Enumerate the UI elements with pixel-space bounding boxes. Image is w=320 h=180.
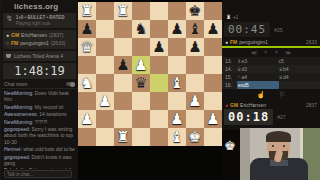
bottom-player-title: GM: [230, 102, 238, 108]
square-h6[interactable]: [204, 38, 222, 56]
square-f5[interactable]: [168, 56, 186, 74]
berserk-dot-icon: ●: [225, 102, 228, 108]
black-player-title: FM: [11, 40, 18, 48]
square-h8[interactable]: [204, 2, 222, 20]
square-d3[interactable]: [132, 92, 150, 110]
square-e3[interactable]: [150, 92, 168, 110]
square-e8[interactable]: [150, 2, 168, 20]
move-b[interactable]: ♕b4: [279, 65, 320, 73]
captured-pieces: ♜ +1: [222, 0, 320, 21]
move-row: 15.♘a4♕d4: [222, 73, 320, 81]
bottom-player-bar[interactable]: ● GM EricHansen 2837: [225, 102, 317, 108]
square-f8[interactable]: [168, 2, 186, 20]
square-b5[interactable]: [96, 56, 114, 74]
white-p-piece-g3[interactable]: ♟: [188, 94, 201, 109]
white-tournament-rank: #27: [277, 114, 285, 120]
move-w[interactable]: ♘a4: [237, 73, 279, 81]
white-n-piece-a4[interactable]: ♞: [80, 76, 93, 91]
square-c2[interactable]: [114, 110, 132, 128]
square-a3[interactable]: [78, 92, 96, 110]
chat-username: gogospeed:: [4, 154, 32, 160]
black-p-piece-f7[interactable]: ♟: [170, 22, 183, 37]
chat-username: Babyfedja:: [4, 167, 29, 169]
square-g7[interactable]: ♝: [186, 20, 204, 38]
move-w[interactable]: exd5: [237, 81, 279, 89]
black-n-piece-d7[interactable]: ♞: [134, 22, 147, 37]
white-r-piece-a8[interactable]: ♜: [80, 4, 93, 19]
chat-message: NewMorning: ?!?!?!: [4, 119, 75, 125]
square-b6[interactable]: [96, 38, 114, 56]
like-button[interactable]: ☝: [256, 91, 265, 99]
white-r-piece-c8[interactable]: ♜: [116, 4, 129, 19]
overlay-king-icon: ♚: [224, 138, 236, 153]
black-color-icon: ○: [6, 40, 9, 48]
white-p-piece-h2[interactable]: ♟: [206, 112, 219, 127]
white-player-title: GM: [11, 32, 19, 40]
move-w[interactable]: ♗e3: [237, 57, 279, 65]
square-g3[interactable]: ♟: [186, 92, 204, 110]
white-clock: 00:18: [224, 109, 273, 125]
move-nav-1[interactable]: <: [264, 49, 268, 56]
move-w[interactable]: ♕d3: [237, 65, 279, 73]
trophy-icon: [6, 54, 11, 58]
game-meta-box: ↯ 1+0 • BULLET • RATED Playing right now: [3, 13, 76, 28]
square-h5[interactable]: [204, 56, 222, 74]
chat-username: gogospeed:: [4, 126, 32, 132]
square-e4[interactable]: [150, 74, 168, 92]
square-g8[interactable]: ♚: [186, 2, 204, 20]
square-h3[interactable]: [204, 92, 222, 110]
chat-header: Chat room: [1, 79, 78, 89]
players-box: ● GM EricHansen (2837) ○ FM penguingim1 …: [3, 30, 76, 49]
square-c7[interactable]: [114, 20, 132, 38]
black-p-piece-e6[interactable]: ♟: [152, 40, 165, 55]
square-f6[interactable]: [168, 38, 186, 56]
material-advantage: +1: [233, 15, 238, 20]
move-list: 13.♗e3c514.♕d3♕b415.♘a4♕d416.exd5: [222, 57, 320, 89]
square-a6[interactable]: ♛: [78, 38, 96, 56]
square-d6[interactable]: [132, 38, 150, 56]
square-e5[interactable]: [150, 56, 168, 74]
chat-message-list: NewMorning: Does Vidit beat himNewMornin…: [1, 89, 78, 169]
move-number: 15.: [225, 73, 237, 81]
square-c6[interactable]: [114, 38, 132, 56]
white-player-name[interactable]: EricHansen: [21, 32, 47, 40]
bottom-player-rating: 2837: [306, 102, 317, 108]
tournament-link[interactable]: Lichess Titled Arena 4: [3, 51, 76, 61]
square-a8[interactable]: ♜: [78, 2, 96, 20]
square-a7[interactable]: ♟: [78, 20, 96, 38]
stream-frame: lichess.org ↯ 1+0 • BULLET • RATED Playi…: [0, 0, 320, 180]
black-player-rating: (2633): [51, 40, 65, 48]
chat-username: NewMorning:: [4, 90, 35, 96]
chat-message: NewMorning: Does Vidit beat him: [4, 90, 75, 103]
square-c5[interactable]: ♟: [114, 56, 132, 74]
flag-button[interactable]: ⚐: [279, 91, 285, 99]
square-e2[interactable]: [150, 110, 168, 128]
square-b3[interactable]: ♟: [96, 92, 114, 110]
black-tournament-rank: #25: [274, 27, 282, 33]
webcam-shadow: [240, 128, 250, 180]
square-a1[interactable]: [78, 128, 96, 146]
overlay-strip: ♚: [222, 130, 240, 180]
tournament-name: Lichess Titled Arena 4: [14, 53, 63, 59]
square-b2[interactable]: [96, 110, 114, 128]
move-b[interactable]: [279, 81, 320, 89]
square-f1[interactable]: ♝: [168, 128, 186, 146]
square-d7[interactable]: ♞: [132, 20, 150, 38]
square-g1[interactable]: ♚: [186, 128, 204, 146]
move-number: 16.: [225, 81, 237, 89]
move-row: 16.exd5: [222, 81, 320, 89]
square-b4[interactable]: [96, 74, 114, 92]
chat-message: Awesomeness: 14 iterations: [4, 111, 75, 117]
black-q-piece-d4[interactable]: ♛: [134, 76, 147, 91]
top-player-title: FM: [230, 39, 237, 45]
square-c8[interactable]: ♜: [114, 2, 132, 20]
square-f7[interactable]: ♟: [168, 20, 186, 38]
black-p-piece-c5[interactable]: ♟: [116, 58, 129, 73]
square-g2[interactable]: [186, 110, 204, 128]
square-e6[interactable]: ♟: [150, 38, 168, 56]
square-a4[interactable]: ♞: [78, 74, 96, 92]
move-row: 14.♕d3♕b4: [222, 65, 320, 73]
white-color-icon: ●: [6, 32, 9, 40]
captured-rook-icon: ♜: [226, 14, 231, 20]
square-h7[interactable]: ♟: [204, 20, 222, 38]
chat-message: Babyfedja: Did penguingim left a tournam…: [4, 167, 75, 169]
chat-username: Hermet:: [4, 146, 23, 152]
chess-board: ♜♜♚♟♞♟♝♟♛♟♟♟♟♞♛♝♟♟♟♟♟♜♝♚: [78, 2, 222, 146]
square-g6[interactable]: ♟: [186, 38, 204, 56]
move-nav-2[interactable]: >: [275, 49, 279, 56]
chat-message: gogospeed: Sorry I was writing about bot…: [4, 126, 75, 145]
black-p-piece-a7[interactable]: ♟: [80, 22, 93, 37]
white-r-piece-c1[interactable]: ♜: [116, 130, 129, 145]
top-player-rating: 2633: [306, 39, 317, 45]
chat-username: Awesomeness:: [4, 111, 39, 117]
black-p-piece-g6[interactable]: ♟: [188, 40, 201, 55]
white-player-row[interactable]: ● GM EricHansen (2837): [6, 32, 73, 40]
game-status-label: Playing right now: [16, 21, 65, 26]
white-player-rating: (2837): [49, 32, 63, 40]
square-c3[interactable]: [114, 92, 132, 110]
black-k-piece-g8[interactable]: ♚: [188, 4, 201, 19]
top-player-bar[interactable]: ● FM penguingim1 2633: [225, 39, 317, 45]
chat-message: Hermet: what odd bots did to be: [4, 146, 75, 152]
square-h2[interactable]: ♟: [204, 110, 222, 128]
chat-username: NewMorning:: [4, 104, 35, 110]
white-k-piece-g1[interactable]: ♚: [188, 130, 201, 145]
white-p-piece-a2[interactable]: ♟: [80, 112, 93, 127]
square-e7[interactable]: [150, 20, 168, 38]
square-f3[interactable]: [168, 92, 186, 110]
streamer-eye-right: [283, 145, 285, 147]
square-g5[interactable]: [186, 56, 204, 74]
streamer-eye-left: [272, 145, 274, 147]
bullet-bolt-icon: ↯: [6, 15, 13, 23]
square-f4[interactable]: ♝: [168, 74, 186, 92]
bottom-player-name[interactable]: EricHansen: [240, 102, 266, 108]
square-c4[interactable]: [114, 74, 132, 92]
square-g4[interactable]: [186, 74, 204, 92]
chat-message: NewMorning: My record lol: [4, 104, 75, 110]
tournament-clock: 1:48:19: [3, 63, 76, 79]
move-nav-controls: ≪<>≫: [222, 48, 320, 57]
white-q-piece-a6[interactable]: ♛: [80, 40, 93, 55]
square-b8[interactable]: [96, 2, 114, 20]
online-dot-icon: ●: [225, 39, 228, 45]
chat-input[interactable]: [4, 170, 72, 178]
move-b[interactable]: ♕d4: [279, 73, 320, 81]
streamer-webcam: [240, 128, 320, 180]
black-player-name[interactable]: penguingim1: [20, 40, 49, 48]
top-player-name[interactable]: penguingim1: [239, 39, 268, 45]
white-p-piece-b3[interactable]: ♟: [98, 94, 111, 109]
move-nav-3[interactable]: ≫: [285, 49, 291, 56]
square-d1[interactable]: [132, 128, 150, 146]
time-control-label: 1+0 • BULLET • RATED: [16, 15, 65, 20]
square-c1[interactable]: ♜: [114, 128, 132, 146]
square-b1[interactable]: [96, 128, 114, 146]
square-a5[interactable]: [78, 56, 96, 74]
white-p-piece-d5[interactable]: ♟: [134, 58, 147, 73]
white-p-piece-f2[interactable]: ♟: [170, 112, 183, 127]
square-b7[interactable]: [96, 20, 114, 38]
chat-toggle[interactable]: [66, 82, 75, 86]
move-number: 13.: [225, 57, 237, 65]
square-d2[interactable]: [132, 110, 150, 128]
move-b[interactable]: c5: [279, 57, 320, 65]
left-sidebar: lichess.org ↯ 1+0 • BULLET • RATED Playi…: [0, 0, 78, 180]
white-b-piece-f4[interactable]: ♝: [170, 76, 183, 91]
chat-message: gogospeed: Didn't know it was gang: [4, 154, 75, 167]
move-number: 14.: [225, 65, 237, 73]
square-f2[interactable]: ♟: [168, 110, 186, 128]
square-h4[interactable]: [204, 74, 222, 92]
square-d4[interactable]: ♛: [132, 74, 150, 92]
square-h1[interactable]: [204, 128, 222, 146]
streamer-hair: [266, 131, 291, 142]
chat-room-label: Chat room: [4, 81, 27, 87]
move-row: 13.♗e3c5: [222, 57, 320, 65]
square-d8[interactable]: [132, 2, 150, 20]
square-a2[interactable]: ♟: [78, 110, 96, 128]
square-e1[interactable]: [150, 128, 168, 146]
chat-username: NewMorning:: [4, 119, 35, 125]
move-nav-0[interactable]: ≪: [251, 49, 257, 56]
black-player-row[interactable]: ○ FM penguingim1 (2633): [6, 40, 73, 48]
white-b-piece-f1[interactable]: ♝: [170, 130, 183, 145]
black-b-piece-g7[interactable]: ♝: [188, 22, 201, 37]
square-d5[interactable]: ♟: [132, 56, 150, 74]
black-clock: 00:45: [224, 22, 270, 37]
lichess-logo[interactable]: lichess.org: [1, 0, 78, 13]
black-p-piece-h7[interactable]: ♟: [206, 22, 219, 37]
